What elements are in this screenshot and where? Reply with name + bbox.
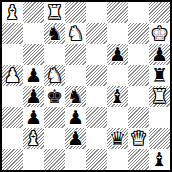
square-e1[interactable] [86,149,107,170]
square-f4[interactable]: ♝ [107,86,128,107]
square-f8[interactable] [107,2,128,23]
square-e5[interactable] [86,65,107,86]
piece-white-knight[interactable]: ♞ [44,65,65,86]
square-c2[interactable] [44,128,65,149]
piece-black-pawn[interactable]: ♟ [23,86,44,107]
square-g8[interactable] [128,2,149,23]
square-e7[interactable] [86,23,107,44]
square-h8[interactable] [149,2,170,23]
square-e6[interactable] [86,44,107,65]
square-b1[interactable] [23,149,44,170]
piece-white-knight[interactable]: ♞ [65,23,86,44]
piece-white-bishop[interactable]: ♝ [23,128,44,149]
piece-black-knight[interactable]: ♞ [44,23,65,44]
square-c8[interactable]: ♜ [44,2,65,23]
square-g5[interactable] [128,65,149,86]
piece-white-pawn[interactable]: ♟ [2,65,23,86]
square-d8[interactable] [65,2,86,23]
square-b3[interactable]: ♟ [23,107,44,128]
square-b7[interactable] [23,23,44,44]
square-g4[interactable] [128,86,149,107]
piece-black-queen[interactable]: ♛ [107,128,128,149]
square-a6[interactable] [2,44,23,65]
square-h7[interactable]: ♚ [149,23,170,44]
chess-board: ♝♜♞♞♚♟♟♟♟♞♜♟♚♞♝♜♟♟♝♟♛♛♝ [0,0,172,172]
square-c6[interactable] [44,44,65,65]
square-f7[interactable] [107,23,128,44]
square-a8[interactable]: ♝ [2,2,23,23]
square-a1[interactable] [2,149,23,170]
piece-white-bishop[interactable]: ♝ [2,2,23,23]
piece-black-pawn[interactable]: ♟ [65,128,86,149]
piece-black-rook[interactable]: ♜ [149,65,170,86]
square-a5[interactable]: ♟ [2,65,23,86]
piece-black-bishop[interactable]: ♝ [107,86,128,107]
square-f6[interactable]: ♟ [107,44,128,65]
square-d4[interactable]: ♞ [65,86,86,107]
square-h5[interactable]: ♜ [149,65,170,86]
square-b5[interactable]: ♟ [23,65,44,86]
square-b6[interactable] [23,44,44,65]
piece-white-rook[interactable]: ♜ [44,2,65,23]
square-g7[interactable] [128,23,149,44]
square-a7[interactable] [2,23,23,44]
piece-black-knight[interactable]: ♞ [65,86,86,107]
square-b8[interactable] [23,2,44,23]
piece-black-pawn[interactable]: ♟ [23,107,44,128]
square-e8[interactable] [86,2,107,23]
square-c3[interactable] [44,107,65,128]
square-c4[interactable]: ♚ [44,86,65,107]
square-e3[interactable] [86,107,107,128]
square-a4[interactable] [2,86,23,107]
piece-black-pawn[interactable]: ♟ [149,44,170,65]
piece-black-pawn[interactable]: ♟ [65,107,86,128]
square-b2[interactable]: ♝ [23,128,44,149]
square-h6[interactable]: ♟ [149,44,170,65]
square-f3[interactable] [107,107,128,128]
square-h2[interactable] [149,128,170,149]
square-d6[interactable] [65,44,86,65]
piece-black-pawn[interactable]: ♟ [107,44,128,65]
square-a3[interactable] [2,107,23,128]
square-g1[interactable] [128,149,149,170]
square-c7[interactable]: ♞ [44,23,65,44]
piece-white-rook[interactable]: ♜ [149,86,170,107]
square-f5[interactable] [107,65,128,86]
piece-black-king[interactable]: ♚ [44,86,65,107]
piece-white-king[interactable]: ♚ [149,23,170,44]
square-h3[interactable] [149,107,170,128]
square-c1[interactable] [44,149,65,170]
square-a2[interactable] [2,128,23,149]
square-f2[interactable]: ♛ [107,128,128,149]
square-d1[interactable] [65,149,86,170]
square-g6[interactable] [128,44,149,65]
square-d7[interactable]: ♞ [65,23,86,44]
square-d3[interactable]: ♟ [65,107,86,128]
square-b4[interactable]: ♟ [23,86,44,107]
square-h1[interactable]: ♝ [149,149,170,170]
square-g2[interactable]: ♛ [128,128,149,149]
square-d2[interactable]: ♟ [65,128,86,149]
square-d5[interactable] [65,65,86,86]
piece-white-queen[interactable]: ♛ [128,128,149,149]
square-e4[interactable] [86,86,107,107]
square-f1[interactable] [107,149,128,170]
piece-black-bishop[interactable]: ♝ [149,149,170,170]
square-g3[interactable] [128,107,149,128]
piece-black-pawn[interactable]: ♟ [23,65,44,86]
square-e2[interactable] [86,128,107,149]
square-h4[interactable]: ♜ [149,86,170,107]
square-c5[interactable]: ♞ [44,65,65,86]
